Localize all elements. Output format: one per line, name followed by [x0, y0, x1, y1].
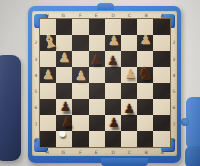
square-a7[interactable] [153, 115, 169, 131]
chess-board: HGFEDCBA HGFEDCBA 12345678 12345678 ♝♟♟♟… [32, 11, 177, 156]
coordinate-label: B [138, 149, 153, 154]
square-f3[interactable] [72, 51, 88, 67]
coordinate-label: 3 [33, 51, 38, 66]
coordinate-label: 1 [171, 19, 176, 34]
coordinate-label: 5 [171, 84, 176, 99]
square-g5[interactable] [56, 83, 72, 99]
square-a8[interactable] [153, 131, 169, 147]
square-d4[interactable] [105, 67, 121, 83]
coordinate-label: 7 [171, 116, 176, 131]
piece-pawn-d7[interactable]: ♟ [108, 116, 120, 129]
piece-pawn-h4[interactable]: ♟ [42, 68, 54, 81]
square-e5[interactable] [89, 83, 105, 99]
piece-pawn-f4[interactable]: ♟ [75, 69, 87, 82]
file-labels-bottom: HGFEDCBA [39, 149, 171, 155]
square-b7[interactable] [137, 115, 153, 131]
piece-ball-g8[interactable]: ● [59, 130, 66, 138]
square-e8[interactable] [89, 131, 105, 147]
rank-labels-left: 12345678 [33, 18, 39, 148]
square-a2[interactable] [153, 35, 169, 51]
square-c1[interactable] [121, 19, 137, 35]
piece-pawn-b2[interactable]: ♟ [140, 34, 152, 47]
square-g4[interactable] [56, 67, 72, 83]
coordinate-label: A [155, 149, 170, 154]
square-c5[interactable] [121, 83, 137, 99]
square-e1[interactable] [89, 19, 105, 35]
photo-scene: HGFEDCBA HGFEDCBA 12345678 12345678 ♝♟♟♟… [0, 0, 200, 166]
square-g1[interactable] [56, 19, 72, 35]
coordinate-label: 4 [33, 68, 38, 83]
piece-pawn-g6[interactable]: ♟ [60, 101, 72, 114]
square-d1[interactable] [105, 19, 121, 35]
square-b8[interactable] [137, 131, 153, 147]
coordinate-label: H [40, 149, 55, 154]
square-c3[interactable] [121, 51, 137, 67]
coordinate-label: 8 [33, 133, 38, 148]
square-a3[interactable] [153, 51, 169, 67]
square-h3[interactable] [40, 51, 56, 67]
coordinate-label: 3 [171, 51, 176, 66]
coordinate-label: 7 [33, 116, 38, 131]
square-f6[interactable] [72, 99, 88, 115]
hinge-tab-bottom [101, 158, 148, 166]
coordinate-label: D [106, 149, 121, 154]
piece-pawn-c6[interactable]: ♟ [124, 103, 136, 116]
square-a5[interactable] [153, 83, 169, 99]
piece-pawn-g3[interactable]: ♟ [59, 51, 71, 64]
coordinate-label: E [89, 12, 104, 17]
blue-object-bottom-right [185, 146, 200, 166]
square-h5[interactable] [40, 83, 56, 99]
square-f5[interactable] [72, 83, 88, 99]
board-squares: ♝♟♟♟♟♟♟♟♟♞♟♟♟♟● [39, 18, 171, 148]
square-d5[interactable] [105, 83, 121, 99]
coordinate-label: H [40, 12, 55, 17]
coordinate-label: A [155, 12, 170, 17]
blue-knob-right [181, 118, 189, 126]
square-b5[interactable] [137, 83, 153, 99]
square-b6[interactable] [137, 99, 153, 115]
file-labels-top: HGFEDCBA [39, 12, 171, 18]
coordinate-label: 4 [171, 68, 176, 83]
folded-board-left [0, 55, 21, 161]
square-f2[interactable] [72, 35, 88, 51]
coordinate-label: E [89, 149, 104, 154]
square-e6[interactable] [89, 99, 105, 115]
coordinate-label: F [73, 12, 88, 17]
chess-board-frame: HGFEDCBA HGFEDCBA 12345678 12345678 ♝♟♟♟… [28, 6, 181, 163]
coordinate-label: 2 [171, 35, 176, 50]
square-f8[interactable] [72, 131, 88, 147]
square-c7[interactable] [121, 115, 137, 131]
coordinate-label: 8 [171, 133, 176, 148]
square-a4[interactable] [153, 67, 169, 83]
coordinate-label: G [56, 149, 71, 154]
square-e4[interactable] [89, 67, 105, 83]
square-f7[interactable] [72, 115, 88, 131]
square-h8[interactable] [40, 131, 56, 147]
coordinate-label: 2 [33, 35, 38, 50]
square-e7[interactable] [89, 115, 105, 131]
coordinate-label: C [122, 149, 137, 154]
coordinate-label: 6 [33, 100, 38, 115]
square-d8[interactable] [105, 131, 121, 147]
coordinate-label: D [106, 12, 121, 17]
square-h6[interactable] [40, 99, 56, 115]
hinge-tab-top [97, 3, 114, 10]
piece-pawn-d2[interactable]: ♟ [108, 35, 120, 48]
square-a1[interactable] [153, 19, 169, 35]
coordinate-label: C [122, 12, 137, 17]
coordinate-label: 1 [33, 19, 38, 34]
piece-pawn-g7[interactable]: ♟ [62, 115, 74, 128]
square-d6[interactable] [105, 99, 121, 115]
piece-pawn-c4[interactable]: ♟ [125, 67, 137, 80]
coordinate-label: G [56, 12, 71, 17]
rank-labels-right: 12345678 [171, 18, 177, 148]
square-a6[interactable] [153, 99, 169, 115]
coordinate-label: B [138, 12, 153, 17]
coordinate-label: F [73, 149, 88, 154]
square-e2[interactable] [89, 35, 105, 51]
square-h7[interactable] [40, 115, 56, 131]
piece-pawn-e3[interactable]: ♟ [91, 53, 103, 66]
square-f1[interactable] [72, 19, 88, 35]
coordinate-label: 5 [33, 84, 38, 99]
square-c8[interactable] [121, 131, 137, 147]
square-c2[interactable] [121, 35, 137, 51]
coordinate-label: 6 [171, 100, 176, 115]
piece-knight-b4[interactable]: ♞ [138, 64, 154, 82]
piece-pawn-d3[interactable]: ♟ [107, 54, 119, 67]
